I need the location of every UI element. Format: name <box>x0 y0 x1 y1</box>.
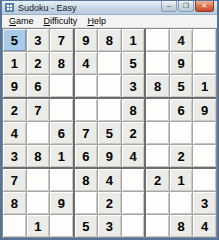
cell-r4c1[interactable]: 2 <box>3 99 26 121</box>
cell-r3c9[interactable]: 1 <box>193 75 216 97</box>
cell-r2c6[interactable]: 5 <box>122 52 145 74</box>
cell-r9c3[interactable] <box>50 215 73 237</box>
cell-r9c2[interactable]: 1 <box>27 215 50 237</box>
cell-r2c5[interactable] <box>98 52 121 74</box>
cell-r7c3[interactable] <box>50 169 73 191</box>
cell-r2c4[interactable]: 4 <box>75 52 98 74</box>
menu-bar: GameDifficultyHelp <box>2 15 217 28</box>
cell-r3c8[interactable]: 5 <box>170 75 193 97</box>
cell-r3c3[interactable] <box>50 75 73 97</box>
cell-r6c5[interactable]: 9 <box>98 145 121 167</box>
cell-r2c7[interactable] <box>146 52 169 74</box>
cell-r6c9[interactable] <box>193 145 216 167</box>
cell-r2c8[interactable]: 9 <box>170 52 193 74</box>
cell-r5c1[interactable]: 4 <box>3 122 26 144</box>
caption-buttons: – ❐ ✕ <box>161 1 214 12</box>
cell-r9c7[interactable] <box>146 215 169 237</box>
cell-r6c6[interactable]: 4 <box>122 145 145 167</box>
cell-r5c6[interactable]: 2 <box>122 122 145 144</box>
window-title: Sudoku - Easy <box>18 3 77 13</box>
cell-r8c7[interactable] <box>146 192 169 214</box>
cell-r2c9[interactable] <box>193 52 216 74</box>
cell-r6c1[interactable]: 3 <box>3 145 26 167</box>
cell-r9c6[interactable] <box>122 215 145 237</box>
cell-r8c4[interactable] <box>75 192 98 214</box>
cell-r8c8[interactable] <box>170 192 193 214</box>
cell-r8c1[interactable]: 8 <box>3 192 26 214</box>
cell-r1c3[interactable]: 7 <box>50 29 73 51</box>
cell-r9c9[interactable]: 4 <box>193 215 216 237</box>
cell-r5c8[interactable] <box>170 122 193 144</box>
cell-r1c6[interactable]: 1 <box>122 29 145 51</box>
cell-r1c4[interactable]: 9 <box>75 29 98 51</box>
cell-r8c5[interactable]: 2 <box>98 192 121 214</box>
cell-r7c5[interactable]: 4 <box>98 169 121 191</box>
cell-r7c2[interactable] <box>27 169 50 191</box>
cell-r6c7[interactable] <box>146 145 169 167</box>
box-9: 21384 <box>146 169 216 237</box>
cell-r7c9[interactable] <box>193 169 216 191</box>
cell-r3c6[interactable]: 3 <box>122 75 145 97</box>
cell-r3c2[interactable]: 6 <box>27 75 50 97</box>
cell-r4c9[interactable]: 9 <box>193 99 216 121</box>
cell-r5c4[interactable]: 7 <box>75 122 98 144</box>
cell-r1c9[interactable] <box>193 29 216 51</box>
cell-r5c5[interactable]: 5 <box>98 122 121 144</box>
cell-r8c6[interactable] <box>122 192 145 214</box>
box-6: 692 <box>146 99 216 167</box>
cell-r7c4[interactable]: 8 <box>75 169 98 191</box>
cell-r2c2[interactable]: 2 <box>27 52 50 74</box>
cell-r1c7[interactable] <box>146 29 169 51</box>
minimize-button[interactable]: – <box>161 1 177 12</box>
menu-item-game[interactable]: Game <box>4 15 39 28</box>
cell-r7c6[interactable] <box>122 169 145 191</box>
box-5: 8752694 <box>75 99 145 167</box>
cell-r6c4[interactable]: 6 <box>75 145 98 167</box>
cell-r3c5[interactable] <box>98 75 121 97</box>
box-7: 7891 <box>3 169 73 237</box>
cell-r8c3[interactable]: 9 <box>50 192 73 214</box>
maximize-button[interactable]: ❐ <box>178 1 194 12</box>
cell-r8c9[interactable]: 3 <box>193 192 216 214</box>
cell-r7c8[interactable]: 1 <box>170 169 193 191</box>
cell-r9c1[interactable] <box>3 215 26 237</box>
cell-r8c2[interactable] <box>27 192 50 214</box>
cell-r7c7[interactable]: 2 <box>146 169 169 191</box>
cell-r5c2[interactable] <box>27 122 50 144</box>
cell-r2c1[interactable]: 1 <box>3 52 26 74</box>
box-1: 53712896 <box>3 29 73 97</box>
cell-r2c3[interactable]: 8 <box>50 52 73 74</box>
cell-r3c7[interactable]: 8 <box>146 75 169 97</box>
sudoku-window: Sudoku - Easy – ❐ ✕ GameDifficultyHelp 5… <box>0 0 219 240</box>
close-button[interactable]: ✕ <box>195 1 214 12</box>
menu-item-help[interactable]: Help <box>82 15 111 28</box>
cell-r5c9[interactable] <box>193 122 216 144</box>
cell-r4c3[interactable] <box>50 99 73 121</box>
cell-r3c4[interactable] <box>75 75 98 97</box>
cell-r1c1[interactable]: 5 <box>3 29 26 51</box>
cell-r9c4[interactable]: 5 <box>75 215 98 237</box>
cell-r1c8[interactable]: 4 <box>170 29 193 51</box>
cell-r3c1[interactable]: 9 <box>3 75 26 97</box>
box-4: 2746381 <box>3 99 73 167</box>
cell-r4c5[interactable] <box>98 99 121 121</box>
cell-r9c8[interactable]: 8 <box>170 215 193 237</box>
app-grid-icon <box>5 3 14 12</box>
cell-r6c2[interactable]: 8 <box>27 145 50 167</box>
cell-r4c7[interactable] <box>146 99 169 121</box>
cell-r4c8[interactable]: 6 <box>170 99 193 121</box>
cell-r4c6[interactable]: 8 <box>122 99 145 121</box>
cell-r4c4[interactable] <box>75 99 98 121</box>
sudoku-board: 5371289698145349851274638187526946927891… <box>2 28 217 238</box>
menu-item-difficulty[interactable]: Difficulty <box>39 15 83 28</box>
box-8: 84253 <box>75 169 145 237</box>
cell-r5c3[interactable]: 6 <box>50 122 73 144</box>
cell-r4c2[interactable]: 7 <box>27 99 50 121</box>
box-3: 49851 <box>146 29 216 97</box>
box-2: 981453 <box>75 29 145 97</box>
cell-r9c5[interactable]: 3 <box>98 215 121 237</box>
cell-r6c8[interactable]: 2 <box>170 145 193 167</box>
cell-r7c1[interactable]: 7 <box>3 169 26 191</box>
cell-r1c5[interactable]: 8 <box>98 29 121 51</box>
cell-r1c2[interactable]: 3 <box>27 29 50 51</box>
cell-r6c3[interactable]: 1 <box>50 145 73 167</box>
cell-r5c7[interactable] <box>146 122 169 144</box>
titlebar[interactable]: Sudoku - Easy – ❐ ✕ <box>2 1 217 15</box>
